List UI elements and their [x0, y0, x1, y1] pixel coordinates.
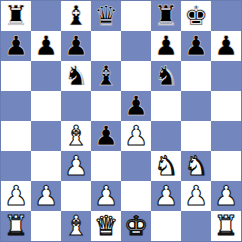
white-knight-g3[interactable]: ♞ [184, 152, 208, 179]
square-g6[interactable] [181, 61, 211, 91]
square-f2[interactable]: ♟ [151, 181, 181, 211]
square-a1[interactable]: ♜ [1, 211, 31, 241]
square-d6[interactable]: ♝ [91, 61, 121, 91]
square-h2[interactable]: ♟ [211, 181, 241, 211]
white-pawn-b2[interactable]: ♟ [34, 182, 58, 209]
square-c3[interactable]: ♟ [61, 151, 91, 181]
square-h3[interactable] [211, 151, 241, 181]
black-pawn-a7[interactable]: ♟ [4, 32, 28, 59]
square-f3[interactable]: ♞ [151, 151, 181, 181]
black-pawn-d4[interactable]: ♟ [94, 122, 118, 149]
square-h7[interactable]: ♟ [211, 31, 241, 61]
square-c6[interactable]: ♞ [61, 61, 91, 91]
black-pawn-c7[interactable]: ♟ [64, 32, 88, 59]
square-a4[interactable] [1, 121, 31, 151]
square-a5[interactable] [1, 91, 31, 121]
square-d3[interactable] [91, 151, 121, 181]
white-pawn-f2[interactable]: ♟ [154, 182, 178, 209]
white-pawn-a2[interactable]: ♟ [4, 182, 28, 209]
square-d2[interactable]: ♟ [91, 181, 121, 211]
white-queen-d1[interactable]: ♛ [94, 212, 118, 239]
black-pawn-e5[interactable]: ♟ [124, 92, 148, 119]
square-d7[interactable] [91, 31, 121, 61]
black-rook-f8[interactable]: ♜ [154, 2, 178, 29]
square-h8[interactable] [211, 1, 241, 31]
square-a7[interactable]: ♟ [1, 31, 31, 61]
square-g1[interactable] [181, 211, 211, 241]
black-knight-f6[interactable]: ♞ [154, 62, 178, 89]
black-pawn-f7[interactable]: ♟ [154, 32, 178, 59]
square-g4[interactable] [181, 121, 211, 151]
white-pawn-c3[interactable]: ♟ [64, 152, 88, 179]
black-rook-a8[interactable]: ♜ [4, 2, 28, 29]
black-queen-d8[interactable]: ♛ [94, 2, 118, 29]
square-e7[interactable] [121, 31, 151, 61]
white-pawn-g2[interactable]: ♟ [184, 182, 208, 209]
square-h5[interactable] [211, 91, 241, 121]
square-a6[interactable] [1, 61, 31, 91]
square-c8[interactable]: ♝ [61, 1, 91, 31]
square-d1[interactable]: ♛ [91, 211, 121, 241]
square-b8[interactable] [31, 1, 61, 31]
square-e1[interactable]: ♚ [121, 211, 151, 241]
chess-board-wrap: ♜♝♛♜♚♟♟♟♟♟♟♞♝♞♟♝♟♟♟♞♞♟♟♟♟♟♟♜♝♛♚♜ [0, 0, 242, 242]
square-f1[interactable] [151, 211, 181, 241]
white-bishop-c1[interactable]: ♝ [64, 212, 88, 239]
square-b1[interactable] [31, 211, 61, 241]
square-e8[interactable] [121, 1, 151, 31]
square-e4[interactable]: ♟ [121, 121, 151, 151]
square-f7[interactable]: ♟ [151, 31, 181, 61]
black-pawn-g7[interactable]: ♟ [184, 32, 208, 59]
square-h1[interactable]: ♜ [211, 211, 241, 241]
white-king-e1[interactable]: ♚ [124, 212, 148, 239]
square-e6[interactable] [121, 61, 151, 91]
square-b4[interactable] [31, 121, 61, 151]
square-b5[interactable] [31, 91, 61, 121]
square-g5[interactable] [181, 91, 211, 121]
square-e2[interactable] [121, 181, 151, 211]
square-g2[interactable]: ♟ [181, 181, 211, 211]
square-d4[interactable]: ♟ [91, 121, 121, 151]
square-d5[interactable] [91, 91, 121, 121]
square-a3[interactable] [1, 151, 31, 181]
square-c7[interactable]: ♟ [61, 31, 91, 61]
square-f4[interactable] [151, 121, 181, 151]
black-bishop-d6[interactable]: ♝ [94, 62, 118, 89]
square-b6[interactable] [31, 61, 61, 91]
square-f6[interactable]: ♞ [151, 61, 181, 91]
square-f5[interactable] [151, 91, 181, 121]
square-c1[interactable]: ♝ [61, 211, 91, 241]
square-e5[interactable]: ♟ [121, 91, 151, 121]
white-bishop-c4[interactable]: ♝ [64, 122, 88, 149]
square-c2[interactable] [61, 181, 91, 211]
chess-board: ♜♝♛♜♚♟♟♟♟♟♟♞♝♞♟♝♟♟♟♞♞♟♟♟♟♟♟♜♝♛♚♜ [0, 0, 242, 242]
square-d8[interactable]: ♛ [91, 1, 121, 31]
white-rook-a1[interactable]: ♜ [4, 212, 28, 239]
square-g3[interactable]: ♞ [181, 151, 211, 181]
white-pawn-d2[interactable]: ♟ [94, 182, 118, 209]
square-h4[interactable] [211, 121, 241, 151]
square-c5[interactable] [61, 91, 91, 121]
square-h6[interactable] [211, 61, 241, 91]
square-e3[interactable] [121, 151, 151, 181]
square-c4[interactable]: ♝ [61, 121, 91, 151]
white-pawn-e4[interactable]: ♟ [124, 122, 148, 149]
square-g7[interactable]: ♟ [181, 31, 211, 61]
square-b2[interactable]: ♟ [31, 181, 61, 211]
square-f8[interactable]: ♜ [151, 1, 181, 31]
white-rook-h1[interactable]: ♜ [214, 212, 238, 239]
square-b7[interactable]: ♟ [31, 31, 61, 61]
black-pawn-b7[interactable]: ♟ [34, 32, 58, 59]
square-a8[interactable]: ♜ [1, 1, 31, 31]
black-bishop-c8[interactable]: ♝ [64, 2, 88, 29]
square-a2[interactable]: ♟ [1, 181, 31, 211]
black-king-g8[interactable]: ♚ [184, 2, 208, 29]
square-g8[interactable]: ♚ [181, 1, 211, 31]
white-pawn-h2[interactable]: ♟ [214, 182, 238, 209]
black-pawn-h7[interactable]: ♟ [214, 32, 238, 59]
square-b3[interactable] [31, 151, 61, 181]
white-knight-f3[interactable]: ♞ [154, 152, 178, 179]
black-knight-c6[interactable]: ♞ [64, 62, 88, 89]
